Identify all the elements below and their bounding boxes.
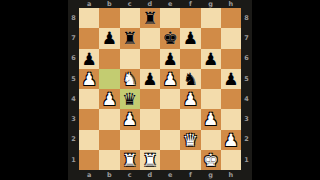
- square-a7[interactable]: [79, 28, 99, 48]
- rank-label-2: 2: [244, 136, 249, 143]
- square-c6[interactable]: [120, 49, 140, 69]
- white-knight[interactable]: ♞: [122, 69, 137, 89]
- rank-label-4: 4: [71, 96, 76, 103]
- square-h2[interactable]: ♟: [221, 130, 241, 150]
- square-a4[interactable]: [79, 89, 99, 109]
- square-f7[interactable]: ♟: [180, 28, 200, 48]
- square-e3[interactable]: [160, 109, 180, 129]
- square-e8[interactable]: [160, 8, 180, 28]
- square-h5[interactable]: ♟: [221, 69, 241, 89]
- square-e6[interactable]: ♟: [160, 49, 180, 69]
- rank-label-6: 6: [244, 55, 249, 62]
- square-a8[interactable]: [79, 8, 99, 28]
- black-queen[interactable]: ♛: [122, 89, 137, 109]
- square-a5[interactable]: ♟: [79, 69, 99, 89]
- square-c5[interactable]: ♞: [120, 69, 140, 89]
- rank-label-1: 1: [71, 157, 76, 164]
- black-knight[interactable]: ♞: [183, 69, 198, 89]
- square-f4[interactable]: ♟: [180, 89, 200, 109]
- square-h3[interactable]: [221, 109, 241, 129]
- file-label-f: f: [189, 172, 192, 179]
- square-g6[interactable]: ♟: [201, 49, 221, 69]
- square-d8[interactable]: ♜: [140, 8, 160, 28]
- square-h8[interactable]: [221, 8, 241, 28]
- square-a2[interactable]: [79, 130, 99, 150]
- square-d1[interactable]: ♜: [140, 150, 160, 170]
- rank-labels-right: 87654321: [241, 8, 252, 170]
- file-label-e: e: [168, 1, 172, 8]
- black-rook[interactable]: ♜: [142, 8, 157, 28]
- square-b3[interactable]: [99, 109, 119, 129]
- square-f5[interactable]: ♞: [180, 69, 200, 89]
- white-pawn[interactable]: ♟: [102, 89, 117, 109]
- white-pawn[interactable]: ♟: [203, 109, 218, 129]
- rank-label-1: 1: [244, 157, 249, 164]
- square-d4[interactable]: [140, 89, 160, 109]
- black-king[interactable]: ♚: [163, 28, 178, 48]
- square-e2[interactable]: [160, 130, 180, 150]
- rank-label-5: 5: [71, 76, 76, 83]
- square-c3[interactable]: ♟: [120, 109, 140, 129]
- square-a3[interactable]: [79, 109, 99, 129]
- square-h1[interactable]: [221, 150, 241, 170]
- file-label-g: g: [208, 172, 213, 179]
- file-label-c: c: [128, 1, 132, 8]
- square-g5[interactable]: [201, 69, 221, 89]
- chess-board-frame: abcdefgh 87654321 ♜♟♜♚♟♟♟♟♟♞♟♟♞♟♟♛♟♟♟♛♟♜…: [68, 0, 252, 180]
- file-label-b: b: [107, 1, 112, 8]
- white-pawn[interactable]: ♟: [82, 69, 97, 89]
- square-f8[interactable]: [180, 8, 200, 28]
- file-labels-top: abcdefgh: [79, 0, 241, 8]
- square-f2[interactable]: ♛: [180, 130, 200, 150]
- black-rook[interactable]: ♜: [122, 28, 137, 48]
- white-pawn[interactable]: ♟: [183, 89, 198, 109]
- square-b8[interactable]: [99, 8, 119, 28]
- square-c2[interactable]: [120, 130, 140, 150]
- black-pawn[interactable]: ♟: [223, 69, 238, 89]
- rank-label-5: 5: [244, 76, 249, 83]
- black-pawn[interactable]: ♟: [203, 49, 218, 69]
- square-e7[interactable]: ♚: [160, 28, 180, 48]
- file-label-c: c: [128, 172, 132, 179]
- black-pawn[interactable]: ♟: [102, 28, 117, 48]
- square-a1[interactable]: [79, 150, 99, 170]
- black-pawn[interactable]: ♟: [142, 69, 157, 89]
- black-pawn[interactable]: ♟: [183, 28, 198, 48]
- rank-label-8: 8: [71, 15, 76, 22]
- square-b2[interactable]: [99, 130, 119, 150]
- file-label-h: h: [229, 1, 234, 8]
- square-c4[interactable]: ♛: [120, 89, 140, 109]
- white-pawn[interactable]: ♟: [163, 69, 178, 89]
- black-pawn[interactable]: ♟: [82, 49, 97, 69]
- white-pawn[interactable]: ♟: [122, 109, 137, 129]
- square-e5[interactable]: ♟: [160, 69, 180, 89]
- file-labels-bottom: abcdefgh: [79, 170, 241, 180]
- square-b4[interactable]: ♟: [99, 89, 119, 109]
- file-label-a: a: [87, 1, 91, 8]
- white-pawn[interactable]: ♟: [223, 130, 238, 150]
- square-b5[interactable]: [99, 69, 119, 89]
- rank-label-3: 3: [244, 116, 249, 123]
- square-h4[interactable]: [221, 89, 241, 109]
- rank-label-8: 8: [244, 15, 249, 22]
- square-g8[interactable]: [201, 8, 221, 28]
- white-rook[interactable]: ♜: [142, 150, 157, 170]
- file-label-d: d: [148, 1, 153, 8]
- square-g4[interactable]: [201, 89, 221, 109]
- square-d7[interactable]: [140, 28, 160, 48]
- file-label-f: f: [189, 1, 192, 8]
- white-queen[interactable]: ♛: [183, 130, 198, 150]
- black-pawn[interactable]: ♟: [163, 49, 178, 69]
- square-d6[interactable]: [140, 49, 160, 69]
- square-e4[interactable]: [160, 89, 180, 109]
- rank-labels-left: 87654321: [68, 8, 79, 170]
- square-h6[interactable]: [221, 49, 241, 69]
- square-f1[interactable]: [180, 150, 200, 170]
- square-c8[interactable]: [120, 8, 140, 28]
- file-label-g: g: [208, 1, 213, 8]
- square-f3[interactable]: [180, 109, 200, 129]
- square-c1[interactable]: ♜: [120, 150, 140, 170]
- rank-label-6: 6: [71, 55, 76, 62]
- square-g3[interactable]: ♟: [201, 109, 221, 129]
- square-e1[interactable]: [160, 150, 180, 170]
- rank-label-7: 7: [71, 35, 76, 42]
- white-king[interactable]: ♚: [203, 150, 218, 170]
- square-d5[interactable]: ♟: [140, 69, 160, 89]
- rank-label-4: 4: [244, 96, 249, 103]
- square-f6[interactable]: [180, 49, 200, 69]
- file-label-d: d: [148, 172, 153, 179]
- chess-board[interactable]: ♜♟♜♚♟♟♟♟♟♞♟♟♞♟♟♛♟♟♟♛♟♜♜♚: [79, 8, 241, 170]
- rank-label-2: 2: [71, 136, 76, 143]
- square-h7[interactable]: [221, 28, 241, 48]
- square-g1[interactable]: ♚: [201, 150, 221, 170]
- file-label-b: b: [107, 172, 112, 179]
- letterboxed-background: { "game": "chess", "position": { "fen": …: [0, 0, 320, 180]
- white-rook[interactable]: ♜: [122, 150, 137, 170]
- file-label-e: e: [168, 172, 172, 179]
- rank-label-7: 7: [244, 35, 249, 42]
- square-b6[interactable]: [99, 49, 119, 69]
- square-g7[interactable]: [201, 28, 221, 48]
- square-g2[interactable]: [201, 130, 221, 150]
- square-a6[interactable]: ♟: [79, 49, 99, 69]
- square-c7[interactable]: ♜: [120, 28, 140, 48]
- file-label-a: a: [87, 172, 91, 179]
- rank-label-3: 3: [71, 116, 76, 123]
- file-label-h: h: [229, 172, 234, 179]
- square-b7[interactable]: ♟: [99, 28, 119, 48]
- square-d3[interactable]: [140, 109, 160, 129]
- square-b1[interactable]: [99, 150, 119, 170]
- square-d2[interactable]: [140, 130, 160, 150]
